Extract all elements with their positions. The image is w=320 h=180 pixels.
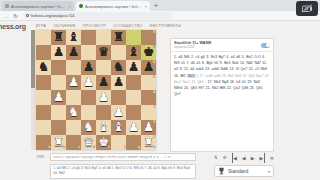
square-h4[interactable]: 4: [141, 90, 156, 105]
menu-item-просмотр[interactable]: ПРОСМОТР: [83, 24, 106, 28]
square-g1[interactable]: g: [126, 135, 141, 150]
white-knight-c3[interactable]: ♞: [66, 104, 81, 119]
square-d4[interactable]: [81, 90, 96, 105]
browser-toolbar: ← ↻ lichess.org/analysis#14: [0, 11, 320, 21]
black-queen-e7[interactable]: ♛: [96, 44, 111, 59]
browser-window: Анализировать партию • liche… × Анализир…: [0, 0, 320, 180]
black-pawn-g6[interactable]: ♟: [126, 59, 141, 74]
engine-toggle[interactable]: [261, 43, 270, 48]
screen-capture-overlay-icon[interactable]: [296, 1, 318, 16]
engine-header: Stockfish 11+ WASM глубина 22/22: [171, 39, 273, 52]
square-e2[interactable]: ♝: [96, 120, 111, 135]
square-h2[interactable]: ♟2: [141, 120, 156, 135]
rank-label-7: 7: [153, 46, 155, 50]
menu-item-обучение[interactable]: ОБУЧЕНИЕ: [53, 24, 75, 28]
tab-title: Анализировать партию • liche…: [11, 4, 67, 9]
square-f8[interactable]: ♜: [111, 30, 126, 45]
black-bishop-g7[interactable]: ♝: [126, 44, 141, 59]
square-d5[interactable]: ♟: [81, 75, 96, 90]
square-b8[interactable]: ♜: [51, 30, 66, 45]
tab-close-icon[interactable]: ×: [145, 4, 147, 9]
black-knight-a6[interactable]: ♞: [36, 59, 51, 74]
menu-item-инструменты[interactable]: ИНСТРУМЕНТЫ: [149, 24, 181, 28]
menu-icon[interactable]: ≡: [270, 153, 274, 163]
tab-strip: Анализировать партию • liche… × Анализир…: [0, 0, 320, 11]
current-move[interactable]: Kh7: [187, 74, 195, 78]
square-f6[interactable]: ♞: [111, 60, 126, 75]
square-c5[interactable]: ♟: [66, 75, 81, 90]
go-forward-icon[interactable]: ▶: [251, 153, 255, 163]
square-a4[interactable]: [36, 90, 51, 105]
square-g8[interactable]: [126, 30, 141, 45]
square-c7[interactable]: ♟: [66, 45, 81, 60]
square-h6[interactable]: ♟6: [141, 60, 156, 75]
main-menu: ИГРАОБУЧЕНИЕПРОСМОТРСООБЩЕСТВОИНСТРУМЕНТ…: [36, 24, 181, 28]
square-f5[interactable]: ♟: [111, 75, 126, 90]
lichess-favicon: [79, 4, 83, 8]
square-h7[interactable]: ♚7: [141, 45, 156, 60]
square-e7[interactable]: ♛: [96, 45, 111, 60]
black-pawn-c7[interactable]: ♟: [66, 44, 81, 59]
new-tab-button[interactable]: +: [154, 2, 158, 10]
square-h1[interactable]: ♜1h: [141, 135, 156, 150]
square-f4[interactable]: [111, 90, 126, 105]
rank-label-2: 2: [153, 121, 155, 125]
square-g4[interactable]: [126, 90, 141, 105]
white-pawn-c5[interactable]: ♟: [66, 74, 81, 89]
engine-depth: глубина 22/22: [174, 45, 261, 49]
rank-label-3: 3: [153, 106, 155, 110]
eval-bar-white: [31, 88, 35, 150]
white-bishop-e2[interactable]: ♝: [96, 119, 111, 134]
square-e5[interactable]: ♟: [96, 75, 111, 90]
lichess-logo[interactable]: lichess.org: [0, 23, 26, 30]
file-label-a: a: [48, 146, 50, 150]
tab-close-icon[interactable]: ×: [69, 4, 71, 9]
square-b4[interactable]: ♟: [51, 90, 66, 105]
white-pawn-e4[interactable]: ♟: [96, 89, 111, 104]
file-label-d: d: [93, 146, 95, 150]
fen-label: FEN: [37, 155, 44, 159]
square-c3[interactable]: ♞: [66, 105, 81, 120]
square-d6[interactable]: ♟: [81, 60, 96, 75]
square-a7[interactable]: [36, 45, 51, 60]
engine-toggle-knob: [266, 43, 270, 47]
square-d2[interactable]: ♞: [81, 120, 96, 135]
tab-title: Анализировать партию • liche…: [85, 4, 143, 9]
square-f7[interactable]: [111, 45, 126, 60]
address-bar[interactable]: lichess.org/analysis#14: [23, 12, 173, 19]
square-d8[interactable]: [81, 30, 96, 45]
square-c4[interactable]: [66, 90, 81, 105]
pgn-textarea[interactable]: 1. d4 Nf6 2. c4 g6 3. Nc3 Bg7 4. e4 d6 5…: [50, 164, 196, 179]
square-h5[interactable]: 5: [141, 75, 156, 90]
go-to-end-icon[interactable]: ▶: [259, 153, 264, 163]
trophy-icon: [218, 167, 225, 175]
square-d7[interactable]: [81, 45, 96, 60]
square-g7[interactable]: ♝: [126, 45, 141, 60]
go-to-start-icon[interactable]: ◀: [232, 153, 237, 163]
chess-board[interactable]: ♜♝♜8♟♟♛♝♚7♞♟♞♟♟6♟♟♟♟5♟♟4♞♟3♞♝♝♟♟2a♜bc♛d♚…: [36, 30, 156, 150]
square-a5[interactable]: [36, 75, 51, 90]
square-c2[interactable]: [66, 120, 81, 135]
square-e1[interactable]: ♚e: [96, 135, 111, 150]
square-b7[interactable]: ♟: [51, 45, 66, 60]
black-pawn-e5[interactable]: ♟: [96, 74, 111, 89]
rank-label-5: 5: [153, 76, 155, 80]
analysis-panel: Stockfish 11+ WASM глубина 22/22 1. d4 N…: [170, 38, 274, 152]
fen-input[interactable]: [50, 153, 196, 161]
square-g3[interactable]: [126, 105, 141, 120]
black-pawn-d6[interactable]: ♟: [81, 59, 96, 74]
square-c8[interactable]: ♝: [66, 30, 81, 45]
square-e8[interactable]: [96, 30, 111, 45]
variant-select[interactable]: Standard ▾: [214, 165, 274, 177]
white-pawn-d5[interactable]: ♟: [81, 74, 96, 89]
black-pawn-b7[interactable]: ♟: [51, 44, 66, 59]
page-favicon: [5, 4, 9, 8]
square-g5[interactable]: [126, 75, 141, 90]
white-pawn-g2[interactable]: ♟: [126, 119, 141, 134]
square-d1[interactable]: ♛d: [81, 135, 96, 150]
square-f3[interactable]: ♟: [111, 105, 126, 120]
square-d3[interactable]: [81, 105, 96, 120]
square-b2[interactable]: [51, 120, 66, 135]
file-label-e: e: [108, 146, 110, 150]
reload-icon[interactable]: ↻: [14, 13, 19, 19]
square-a2[interactable]: [36, 120, 51, 135]
settings-gear-icon[interactable]: ⚙: [223, 153, 227, 163]
back-icon[interactable]: ←: [4, 13, 10, 19]
square-f1[interactable]: f: [111, 135, 126, 150]
square-g6[interactable]: ♟: [126, 60, 141, 75]
square-b1[interactable]: ♜b: [51, 135, 66, 150]
black-knight-f6[interactable]: ♞: [111, 59, 126, 74]
square-a6[interactable]: ♞: [36, 60, 51, 75]
white-bishop-f2[interactable]: ♝: [111, 119, 126, 134]
white-knight-d2[interactable]: ♞: [81, 119, 96, 134]
square-g2[interactable]: ♟: [126, 120, 141, 135]
white-pawn-f3[interactable]: ♟: [111, 104, 126, 119]
file-label-c: c: [78, 146, 80, 150]
square-b3[interactable]: [51, 105, 66, 120]
square-a8[interactable]: [36, 30, 51, 45]
rank-label-1: 1: [153, 136, 155, 140]
square-e6[interactable]: [96, 60, 111, 75]
browser-tab-2-active[interactable]: Анализировать партию • liche… ×: [76, 1, 150, 11]
flip-board-icon[interactable]: ⇅: [214, 153, 218, 163]
square-a3[interactable]: [36, 105, 51, 120]
menu-item-игра[interactable]: ИГРА: [36, 24, 46, 28]
eval-bar: [31, 30, 35, 150]
black-pawn-f5[interactable]: ♟: [111, 74, 126, 89]
chevron-down-icon: ▾: [268, 169, 270, 174]
black-bishop-c8[interactable]: ♝: [66, 29, 81, 44]
square-h3[interactable]: 3: [141, 105, 156, 120]
black-rook-f8[interactable]: ♜: [111, 29, 126, 44]
square-c1[interactable]: c: [66, 135, 81, 150]
rank-label-8: 8: [153, 31, 155, 35]
go-back-icon[interactable]: ◀: [242, 153, 246, 163]
square-f2[interactable]: ♝: [111, 120, 126, 135]
menu-item-сообщество[interactable]: СООБЩЕСТВО: [113, 24, 142, 28]
variant-label: Standard: [228, 168, 268, 174]
lichess-page: lichess.org ИГРАОБУЧЕНИЕПРОСМОТРСООБЩЕСТ…: [0, 21, 320, 180]
rank-label-4: 4: [153, 91, 155, 95]
square-b6[interactable]: [51, 60, 66, 75]
square-e3[interactable]: [96, 105, 111, 120]
square-e4[interactable]: ♟: [96, 90, 111, 105]
file-label-g: g: [138, 146, 140, 150]
square-h8[interactable]: 8: [141, 30, 156, 45]
engine-info: Stockfish 11+ WASM глубина 22/22: [174, 41, 261, 50]
lock-icon: [26, 14, 29, 17]
file-label-h: h: [153, 146, 155, 150]
move-list[interactable]: 1. d4 Nf6 2. c4 g6 3. Nc3 Bg7 4. e4 d6 5…: [171, 52, 273, 99]
white-pawn-b4[interactable]: ♟: [51, 89, 66, 104]
black-rook-b8[interactable]: ♜: [51, 29, 66, 44]
camera-off-icon: [301, 4, 313, 13]
square-c6[interactable]: [66, 60, 81, 75]
file-label-b: b: [63, 146, 65, 150]
playback-controls: ⇅⚙◀◀▶▶≡: [214, 153, 274, 163]
browser-tab-1[interactable]: Анализировать партию • liche… ×: [2, 1, 74, 11]
square-b5[interactable]: [51, 75, 66, 90]
url-text: lichess.org/analysis#14: [31, 13, 74, 18]
rank-label-6: 6: [153, 61, 155, 65]
square-a1[interactable]: a: [36, 135, 51, 150]
